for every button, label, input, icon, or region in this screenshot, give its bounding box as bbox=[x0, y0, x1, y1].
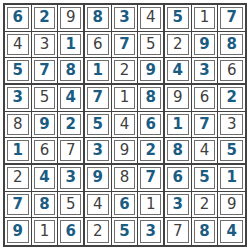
sudoku-board: 6298345174316752985781294363547189628925… bbox=[3, 3, 247, 247]
given-digit: 2 bbox=[87, 220, 109, 243]
solved-digit: 9 bbox=[140, 60, 161, 81]
given-digit: 8 bbox=[114, 167, 136, 189]
solved-digit: 6 bbox=[7, 7, 29, 29]
solved-digit: 1 bbox=[220, 167, 243, 189]
cell-r2c3[interactable]: 1 bbox=[58, 32, 85, 59]
solved-digit: 3 bbox=[194, 60, 216, 81]
given-digit: 7 bbox=[60, 140, 81, 161]
cell-r6c4[interactable]: 3 bbox=[85, 138, 112, 165]
cell-r6c2[interactable]: 6 bbox=[32, 138, 59, 165]
cell-r1c6[interactable]: 4 bbox=[138, 5, 165, 32]
solved-digit: 3 bbox=[87, 140, 109, 161]
cell-r8c1[interactable]: 7 bbox=[5, 192, 32, 219]
given-digit: 2 bbox=[194, 194, 216, 216]
cell-r1c7[interactable]: 5 bbox=[165, 5, 192, 32]
given-digit: 6 bbox=[194, 87, 216, 109]
given-digit: 4 bbox=[194, 140, 216, 161]
given-digit: 1 bbox=[140, 194, 161, 216]
cell-r9c4[interactable]: 2 bbox=[85, 218, 112, 245]
given-digit: 4 bbox=[114, 114, 136, 136]
given-digit: 1 bbox=[34, 220, 56, 243]
given-digit: 9 bbox=[167, 87, 189, 109]
cell-r3c6[interactable]: 9 bbox=[138, 58, 165, 85]
solved-digit: 9 bbox=[7, 220, 29, 243]
cell-r4c8[interactable]: 6 bbox=[192, 85, 219, 112]
solved-digit: 9 bbox=[194, 34, 216, 56]
cell-r7c9[interactable]: 1 bbox=[218, 165, 245, 192]
cell-r5c7[interactable]: 1 bbox=[165, 112, 192, 139]
solved-digit: 2 bbox=[140, 140, 161, 161]
cell-r3c1[interactable]: 5 bbox=[5, 58, 32, 85]
cell-r2c7[interactable]: 2 bbox=[165, 32, 192, 59]
solved-digit: 4 bbox=[220, 220, 243, 243]
solved-digit: 7 bbox=[194, 114, 216, 136]
solved-digit: 1 bbox=[60, 34, 81, 56]
solved-digit: 3 bbox=[60, 167, 81, 189]
cell-r8c5[interactable]: 6 bbox=[112, 192, 139, 219]
cell-r6c5[interactable]: 9 bbox=[112, 138, 139, 165]
solved-digit: 5 bbox=[87, 114, 109, 136]
solved-digit: 7 bbox=[7, 194, 29, 216]
cell-r6c8[interactable]: 4 bbox=[192, 138, 219, 165]
given-digit: 5 bbox=[60, 194, 81, 216]
solved-digit: 7 bbox=[114, 34, 136, 56]
cell-r5c8[interactable]: 7 bbox=[192, 112, 219, 139]
solved-digit: 6 bbox=[140, 114, 161, 136]
cell-r4c5[interactable]: 1 bbox=[112, 85, 139, 112]
given-digit: 9 bbox=[220, 194, 243, 216]
solved-digit: 6 bbox=[167, 167, 189, 189]
given-digit: 4 bbox=[87, 194, 109, 216]
cell-r7c2[interactable]: 4 bbox=[32, 165, 59, 192]
solved-digit: 6 bbox=[60, 220, 81, 243]
solved-digit: 3 bbox=[7, 87, 29, 109]
cell-r3c4[interactable]: 1 bbox=[85, 58, 112, 85]
solved-digit: 5 bbox=[7, 60, 29, 81]
solved-digit: 8 bbox=[60, 60, 81, 81]
cell-r6c7[interactable]: 8 bbox=[165, 138, 192, 165]
cell-r8c8[interactable]: 2 bbox=[192, 192, 219, 219]
given-digit: 2 bbox=[7, 167, 29, 189]
solved-digit: 3 bbox=[140, 220, 161, 243]
cell-r1c2[interactable]: 2 bbox=[32, 5, 59, 32]
cell-r6c1[interactable]: 1 bbox=[5, 138, 32, 165]
solved-digit: 1 bbox=[167, 114, 189, 136]
solved-digit: 7 bbox=[34, 60, 56, 81]
solved-digit: 7 bbox=[220, 7, 243, 29]
cell-r3c7[interactable]: 4 bbox=[165, 58, 192, 85]
cell-r4c2[interactable]: 5 bbox=[32, 85, 59, 112]
solved-digit: 2 bbox=[34, 7, 56, 29]
cell-r5c6[interactable]: 6 bbox=[138, 112, 165, 139]
cell-r8c2[interactable]: 8 bbox=[32, 192, 59, 219]
cell-r5c9[interactable]: 3 bbox=[218, 112, 245, 139]
cell-r5c1[interactable]: 8 bbox=[5, 112, 32, 139]
given-digit: 8 bbox=[7, 114, 29, 136]
cell-r4c9[interactable]: 2 bbox=[218, 85, 245, 112]
solved-digit: 5 bbox=[220, 140, 243, 161]
cell-r3c9[interactable]: 6 bbox=[218, 58, 245, 85]
given-digit: 4 bbox=[7, 34, 29, 56]
solved-digit: 1 bbox=[87, 60, 109, 81]
solved-digit: 8 bbox=[220, 34, 243, 56]
given-digit: 4 bbox=[140, 7, 161, 29]
given-digit: 6 bbox=[34, 140, 56, 161]
cell-r9c9[interactable]: 4 bbox=[218, 218, 245, 245]
cell-r1c4[interactable]: 8 bbox=[85, 5, 112, 32]
cell-r5c5[interactable]: 4 bbox=[112, 112, 139, 139]
cell-r4c6[interactable]: 8 bbox=[138, 85, 165, 112]
solved-digit: 4 bbox=[167, 60, 189, 81]
cell-r7c3[interactable]: 3 bbox=[58, 165, 85, 192]
cell-r2c9[interactable]: 8 bbox=[218, 32, 245, 59]
given-digit: 9 bbox=[60, 7, 81, 29]
cell-r3c8[interactable]: 3 bbox=[192, 58, 219, 85]
given-digit: 7 bbox=[167, 220, 189, 243]
cell-r9c6[interactable]: 3 bbox=[138, 218, 165, 245]
cell-r9c2[interactable]: 1 bbox=[32, 218, 59, 245]
solved-digit: 2 bbox=[220, 87, 243, 109]
solved-digit: 8 bbox=[140, 87, 161, 109]
cell-r2c4[interactable]: 6 bbox=[85, 32, 112, 59]
cell-r2c1[interactable]: 4 bbox=[5, 32, 32, 59]
cell-r6c3[interactable]: 7 bbox=[58, 138, 85, 165]
cell-r2c8[interactable]: 9 bbox=[192, 32, 219, 59]
cell-r1c9[interactable]: 7 bbox=[218, 5, 245, 32]
solved-digit: 5 bbox=[114, 220, 136, 243]
solved-digit: 9 bbox=[87, 167, 109, 189]
solved-digit: 4 bbox=[60, 87, 81, 109]
solved-digit: 5 bbox=[194, 167, 216, 189]
cell-r1c1[interactable]: 6 bbox=[5, 5, 32, 32]
cell-r5c3[interactable]: 2 bbox=[58, 112, 85, 139]
cell-r1c8[interactable]: 1 bbox=[192, 5, 219, 32]
cell-r9c8[interactable]: 8 bbox=[192, 218, 219, 245]
given-digit: 2 bbox=[114, 60, 136, 81]
given-digit: 6 bbox=[220, 60, 243, 81]
cell-r9c1[interactable]: 9 bbox=[5, 218, 32, 245]
solved-digit: 9 bbox=[34, 114, 56, 136]
cell-r6c6[interactable]: 2 bbox=[138, 138, 165, 165]
cell-r5c4[interactable]: 5 bbox=[85, 112, 112, 139]
cell-r9c7[interactable]: 7 bbox=[165, 218, 192, 245]
cell-r1c3[interactable]: 9 bbox=[58, 5, 85, 32]
given-digit: 3 bbox=[34, 34, 56, 56]
solved-digit: 4 bbox=[34, 167, 56, 189]
solved-digit: 7 bbox=[140, 167, 161, 189]
cell-r1c5[interactable]: 3 bbox=[112, 5, 139, 32]
cell-r4c7[interactable]: 9 bbox=[165, 85, 192, 112]
cell-r2c6[interactable]: 5 bbox=[138, 32, 165, 59]
given-digit: 9 bbox=[114, 140, 136, 161]
solved-digit: 8 bbox=[87, 7, 109, 29]
cell-r2c5[interactable]: 7 bbox=[112, 32, 139, 59]
solved-digit: 2 bbox=[60, 114, 81, 136]
given-digit: 1 bbox=[194, 7, 216, 29]
cell-r5c2[interactable]: 9 bbox=[32, 112, 59, 139]
cell-r3c5[interactable]: 2 bbox=[112, 58, 139, 85]
given-digit: 1 bbox=[114, 87, 136, 109]
solved-digit: 8 bbox=[194, 220, 216, 243]
cell-r7c4[interactable]: 9 bbox=[85, 165, 112, 192]
solved-digit: 7 bbox=[87, 87, 109, 109]
given-digit: 6 bbox=[87, 34, 109, 56]
cell-r8c9[interactable]: 9 bbox=[218, 192, 245, 219]
sudoku-grid: 6298345174316752985781294363547189628925… bbox=[5, 5, 245, 245]
solved-digit: 1 bbox=[7, 140, 29, 161]
given-digit: 5 bbox=[34, 87, 56, 109]
cell-r4c1[interactable]: 3 bbox=[5, 85, 32, 112]
solved-digit: 3 bbox=[167, 194, 189, 216]
cell-r7c5[interactable]: 8 bbox=[112, 165, 139, 192]
cell-r8c3[interactable]: 5 bbox=[58, 192, 85, 219]
given-digit: 3 bbox=[220, 114, 243, 136]
solved-digit: 8 bbox=[167, 140, 189, 161]
cell-r4c4[interactable]: 7 bbox=[85, 85, 112, 112]
cell-r6c9[interactable]: 5 bbox=[218, 138, 245, 165]
cell-r2c2[interactable]: 3 bbox=[32, 32, 59, 59]
cell-r8c6[interactable]: 1 bbox=[138, 192, 165, 219]
cell-r9c5[interactable]: 5 bbox=[112, 218, 139, 245]
solved-digit: 3 bbox=[114, 7, 136, 29]
solved-digit: 8 bbox=[34, 194, 56, 216]
cell-r7c1[interactable]: 2 bbox=[5, 165, 32, 192]
cell-r7c7[interactable]: 6 bbox=[165, 165, 192, 192]
solved-digit: 5 bbox=[167, 7, 189, 29]
cell-r3c2[interactable]: 7 bbox=[32, 58, 59, 85]
given-digit: 2 bbox=[167, 34, 189, 56]
cell-r4c3[interactable]: 4 bbox=[58, 85, 85, 112]
cell-r8c4[interactable]: 4 bbox=[85, 192, 112, 219]
solved-digit: 6 bbox=[114, 194, 136, 216]
cell-r9c3[interactable]: 6 bbox=[58, 218, 85, 245]
cell-r7c6[interactable]: 7 bbox=[138, 165, 165, 192]
given-digit: 5 bbox=[140, 34, 161, 56]
cell-r8c7[interactable]: 3 bbox=[165, 192, 192, 219]
cell-r3c3[interactable]: 8 bbox=[58, 58, 85, 85]
cell-r7c8[interactable]: 5 bbox=[192, 165, 219, 192]
